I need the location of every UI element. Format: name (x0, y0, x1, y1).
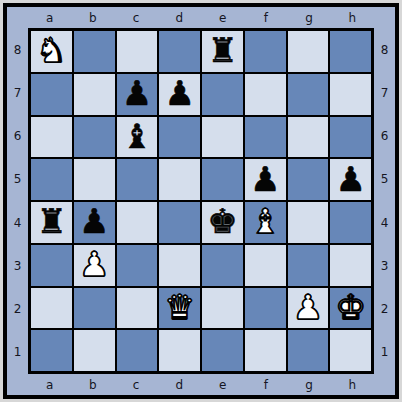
rank-label-8: 8 (374, 28, 395, 71)
square-f7[interactable] (245, 74, 286, 115)
square-f8[interactable] (245, 31, 286, 72)
file-label-g: g (288, 374, 331, 395)
square-b8[interactable] (74, 31, 115, 72)
piece-white-knight[interactable]: ♞ (36, 33, 66, 67)
square-c6[interactable]: ♝ (117, 117, 158, 158)
file-label-f: f (244, 374, 287, 395)
file-label-a: a (28, 374, 71, 395)
chess-board-frame: abcdefgh abcdefgh 87654321 87654321 ♞♜♟♟… (3, 3, 399, 399)
square-a7[interactable] (31, 74, 72, 115)
file-label-g: g (288, 7, 331, 28)
square-f5[interactable]: ♟ (245, 159, 286, 200)
square-g2[interactable]: ♟ (288, 288, 329, 329)
file-label-d: d (158, 374, 201, 395)
square-h1[interactable] (330, 330, 371, 371)
square-c8[interactable] (117, 31, 158, 72)
chess-board: ♞♜♟♟♝♟♟♜♟♚♝♟♛♟♚ (28, 28, 374, 374)
file-label-c: c (115, 374, 158, 395)
square-d8[interactable] (159, 31, 200, 72)
square-b6[interactable] (74, 117, 115, 158)
file-label-e: e (201, 7, 244, 28)
square-a6[interactable] (31, 117, 72, 158)
piece-white-queen[interactable]: ♛ (164, 290, 194, 324)
square-g3[interactable] (288, 245, 329, 286)
rank-label-3: 3 (374, 244, 395, 287)
file-label-e: e (201, 374, 244, 395)
rank-label-7: 7 (374, 71, 395, 114)
piece-black-pawn[interactable]: ♟ (164, 76, 194, 110)
rank-label-3: 3 (7, 244, 28, 287)
square-c3[interactable] (117, 245, 158, 286)
piece-black-king[interactable]: ♚ (207, 204, 237, 238)
square-h2[interactable]: ♚ (330, 288, 371, 329)
square-f4[interactable]: ♝ (245, 202, 286, 243)
square-a4[interactable]: ♜ (31, 202, 72, 243)
rank-labels-right: 87654321 (374, 28, 395, 374)
piece-white-pawn[interactable]: ♟ (293, 290, 323, 324)
square-b4[interactable]: ♟ (74, 202, 115, 243)
square-a8[interactable]: ♞ (31, 31, 72, 72)
piece-white-king[interactable]: ♚ (335, 290, 365, 324)
square-b2[interactable] (74, 288, 115, 329)
rank-label-6: 6 (7, 115, 28, 158)
rank-label-8: 8 (7, 28, 28, 71)
square-c4[interactable] (117, 202, 158, 243)
piece-black-bishop[interactable]: ♝ (122, 119, 152, 153)
piece-black-pawn[interactable]: ♟ (335, 162, 365, 196)
file-label-b: b (71, 374, 114, 395)
square-h3[interactable] (330, 245, 371, 286)
square-g7[interactable] (288, 74, 329, 115)
rank-label-2: 2 (374, 288, 395, 331)
file-label-a: a (28, 7, 71, 28)
square-e1[interactable] (202, 330, 243, 371)
square-d5[interactable] (159, 159, 200, 200)
square-a2[interactable] (31, 288, 72, 329)
square-g5[interactable] (288, 159, 329, 200)
square-e5[interactable] (202, 159, 243, 200)
piece-black-rook[interactable]: ♜ (36, 204, 66, 238)
square-g8[interactable] (288, 31, 329, 72)
square-e4[interactable]: ♚ (202, 202, 243, 243)
rank-label-6: 6 (374, 115, 395, 158)
rank-label-1: 1 (374, 331, 395, 374)
square-h6[interactable] (330, 117, 371, 158)
square-c1[interactable] (117, 330, 158, 371)
file-label-h: h (331, 374, 374, 395)
square-d4[interactable] (159, 202, 200, 243)
square-a3[interactable] (31, 245, 72, 286)
square-d6[interactable] (159, 117, 200, 158)
square-h5[interactable]: ♟ (330, 159, 371, 200)
square-d2[interactable]: ♛ (159, 288, 200, 329)
file-label-h: h (331, 7, 374, 28)
piece-black-pawn[interactable]: ♟ (122, 76, 152, 110)
square-b1[interactable] (74, 330, 115, 371)
rank-label-7: 7 (7, 71, 28, 114)
square-f2[interactable] (245, 288, 286, 329)
square-c7[interactable]: ♟ (117, 74, 158, 115)
piece-white-bishop[interactable]: ♝ (250, 204, 280, 238)
square-b3[interactable]: ♟ (74, 245, 115, 286)
chess-diagram-screen: abcdefgh abcdefgh 87654321 87654321 ♞♜♟♟… (0, 0, 402, 402)
square-c5[interactable] (117, 159, 158, 200)
square-g6[interactable] (288, 117, 329, 158)
file-label-c: c (115, 7, 158, 28)
square-f3[interactable] (245, 245, 286, 286)
square-e7[interactable] (202, 74, 243, 115)
square-f1[interactable] (245, 330, 286, 371)
square-a1[interactable] (31, 330, 72, 371)
piece-black-rook[interactable]: ♜ (207, 33, 237, 67)
square-d7[interactable]: ♟ (159, 74, 200, 115)
piece-black-pawn[interactable]: ♟ (250, 162, 280, 196)
square-h7[interactable] (330, 74, 371, 115)
rank-label-2: 2 (7, 288, 28, 331)
rank-label-1: 1 (7, 331, 28, 374)
rank-label-4: 4 (374, 201, 395, 244)
square-b5[interactable] (74, 159, 115, 200)
file-label-d: d (158, 7, 201, 28)
square-e6[interactable] (202, 117, 243, 158)
rank-label-5: 5 (374, 158, 395, 201)
square-d1[interactable] (159, 330, 200, 371)
square-e2[interactable] (202, 288, 243, 329)
file-label-b: b (71, 7, 114, 28)
square-e3[interactable] (202, 245, 243, 286)
rank-labels-left: 87654321 (7, 28, 28, 374)
square-g1[interactable] (288, 330, 329, 371)
rank-label-5: 5 (7, 158, 28, 201)
piece-white-pawn[interactable]: ♟ (79, 247, 109, 281)
file-labels-top: abcdefgh (28, 7, 374, 28)
rank-label-4: 4 (7, 201, 28, 244)
file-label-f: f (244, 7, 287, 28)
square-g4[interactable] (288, 202, 329, 243)
square-f6[interactable] (245, 117, 286, 158)
square-h4[interactable] (330, 202, 371, 243)
square-h8[interactable] (330, 31, 371, 72)
square-b7[interactable] (74, 74, 115, 115)
square-a5[interactable] (31, 159, 72, 200)
square-d3[interactable] (159, 245, 200, 286)
file-labels-bottom: abcdefgh (28, 374, 374, 395)
square-e8[interactable]: ♜ (202, 31, 243, 72)
piece-black-pawn[interactable]: ♟ (79, 204, 109, 238)
square-c2[interactable] (117, 288, 158, 329)
